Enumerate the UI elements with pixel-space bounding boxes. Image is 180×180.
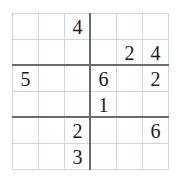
cell-r5c6[interactable]: 6	[142, 117, 168, 143]
cell-r4c1[interactable]	[12, 91, 38, 117]
cell-r4c4[interactable]: 1	[90, 91, 116, 117]
cell-r6c2[interactable]	[38, 143, 64, 169]
cell-r4c3[interactable]	[64, 91, 90, 117]
cell-r4c6[interactable]	[142, 91, 168, 117]
cell-r6c3[interactable]: 3	[64, 143, 90, 169]
cell-r6c1[interactable]	[12, 143, 38, 169]
cell-r5c4[interactable]	[90, 117, 116, 143]
puzzle-page: 4245621263	[0, 0, 180, 180]
cell-r2c3[interactable]	[64, 39, 90, 65]
cell-r5c1[interactable]	[12, 117, 38, 143]
cell-r3c3[interactable]	[64, 65, 90, 91]
cell-r3c4[interactable]: 6	[90, 65, 116, 91]
cell-r4c5[interactable]	[116, 91, 142, 117]
cell-r2c1[interactable]	[12, 39, 38, 65]
cell-r4c2[interactable]	[38, 91, 64, 117]
cell-r5c3[interactable]: 2	[64, 117, 90, 143]
box-divider-vertical	[89, 13, 91, 170]
cell-r1c1[interactable]	[12, 13, 38, 39]
cell-r3c6[interactable]: 2	[142, 65, 168, 91]
cell-r5c5[interactable]	[116, 117, 142, 143]
cell-r3c1[interactable]: 5	[12, 65, 38, 91]
box-divider-horizontal-1	[12, 64, 169, 66]
cell-r2c6[interactable]: 4	[142, 39, 168, 65]
cell-r1c4[interactable]	[90, 13, 116, 39]
box-divider-horizontal-2	[12, 116, 169, 118]
cell-r6c6[interactable]	[142, 143, 168, 169]
cell-r2c5[interactable]: 2	[116, 39, 142, 65]
cell-r1c2[interactable]	[38, 13, 64, 39]
cell-r6c5[interactable]	[116, 143, 142, 169]
cell-r2c4[interactable]	[90, 39, 116, 65]
cell-r6c4[interactable]	[90, 143, 116, 169]
cell-r2c2[interactable]	[38, 39, 64, 65]
cell-r1c6[interactable]	[142, 13, 168, 39]
cell-r1c5[interactable]	[116, 13, 142, 39]
cell-r5c2[interactable]	[38, 117, 64, 143]
cell-r3c5[interactable]	[116, 65, 142, 91]
cell-r3c2[interactable]	[38, 65, 64, 91]
sudoku-board: 4245621263	[12, 13, 169, 170]
cell-r1c3[interactable]: 4	[64, 13, 90, 39]
